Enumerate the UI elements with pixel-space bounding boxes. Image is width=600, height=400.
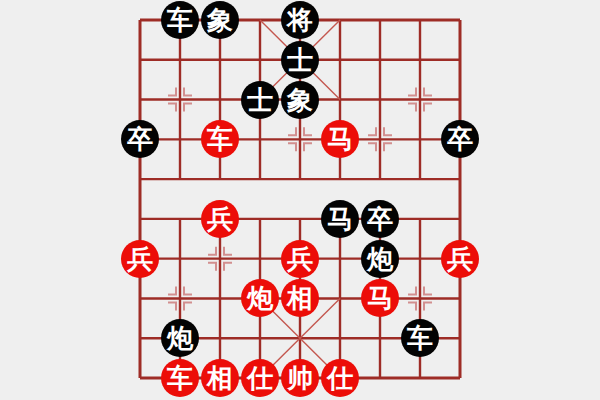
piece-black-chariot[interactable]: 车 [161, 1, 199, 39]
piece-red-soldier[interactable]: 兵 [281, 240, 319, 278]
piece-black-elephant[interactable]: 象 [281, 81, 319, 119]
piece-red-soldier[interactable]: 兵 [441, 240, 479, 278]
piece-red-elephant[interactable]: 相 [201, 359, 239, 397]
piece-red-soldier[interactable]: 兵 [121, 240, 159, 278]
piece-black-chariot[interactable]: 车 [401, 319, 439, 357]
piece-black-soldier[interactable]: 卒 [121, 120, 159, 158]
piece-red-elephant[interactable]: 相 [281, 279, 319, 317]
piece-red-chariot[interactable]: 车 [201, 120, 239, 158]
piece-red-advisor[interactable]: 仕 [321, 359, 359, 397]
piece-black-advisor[interactable]: 士 [241, 81, 279, 119]
piece-red-chariot[interactable]: 车 [161, 359, 199, 397]
piece-layer: 车象将士士象卒车马卒兵马卒兵兵炮兵炮相马炮车车相仕帅仕 [120, 0, 480, 398]
piece-red-general[interactable]: 帅 [281, 359, 319, 397]
app-background: 车象将士士象卒车马卒兵马卒兵兵炮兵炮相马炮车车相仕帅仕 [0, 0, 600, 400]
piece-black-cannon[interactable]: 炮 [361, 240, 399, 278]
piece-black-soldier[interactable]: 卒 [361, 200, 399, 238]
piece-black-soldier[interactable]: 卒 [441, 120, 479, 158]
xiangqi-board[interactable]: 车象将士士象卒车马卒兵马卒兵兵炮兵炮相马炮车车相仕帅仕 [0, 0, 600, 400]
piece-red-horse[interactable]: 马 [321, 120, 359, 158]
piece-black-horse[interactable]: 马 [321, 200, 359, 238]
piece-black-elephant[interactable]: 象 [201, 1, 239, 39]
piece-red-soldier[interactable]: 兵 [201, 200, 239, 238]
piece-black-advisor[interactable]: 士 [281, 41, 319, 79]
piece-red-advisor[interactable]: 仕 [241, 359, 279, 397]
piece-red-horse[interactable]: 马 [361, 279, 399, 317]
piece-red-cannon[interactable]: 炮 [241, 279, 279, 317]
piece-black-general[interactable]: 将 [281, 1, 319, 39]
piece-black-cannon[interactable]: 炮 [161, 319, 199, 357]
